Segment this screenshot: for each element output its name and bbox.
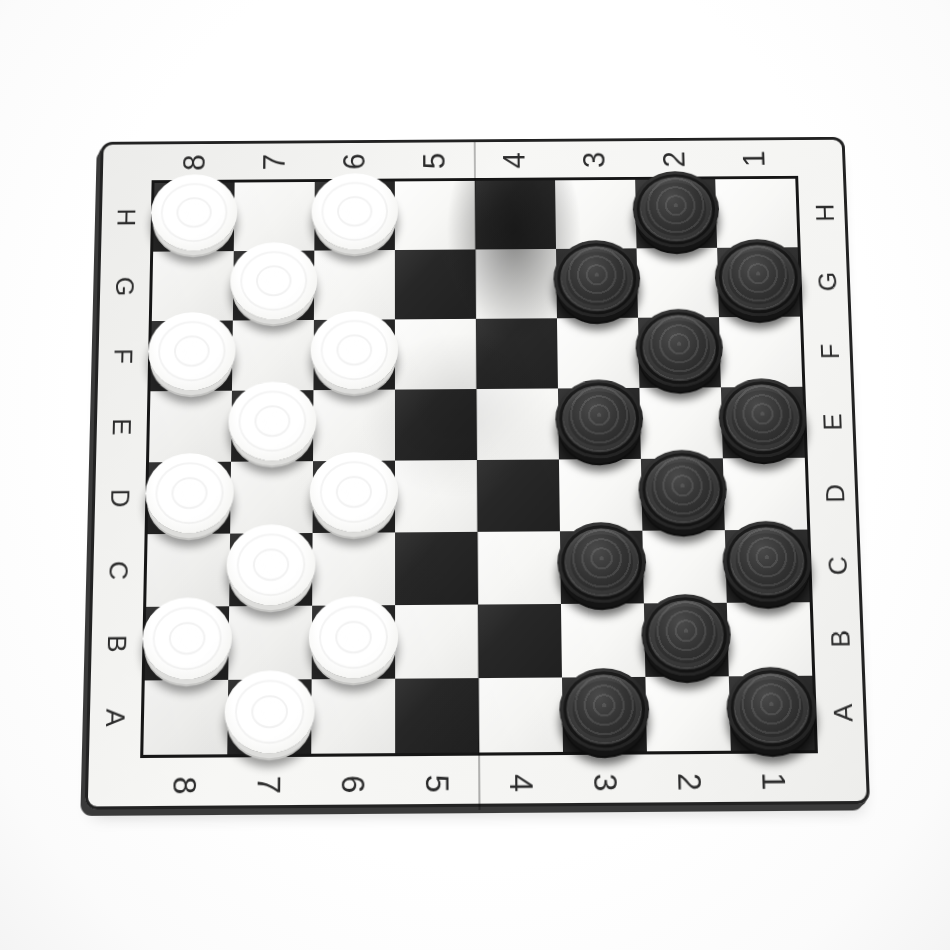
- square-b8: [145, 606, 229, 680]
- white-checker-f6: [310, 311, 397, 390]
- label-right-e: E: [819, 413, 846, 430]
- black-checker-a1: [726, 667, 818, 750]
- black-checker-a3: [559, 668, 650, 751]
- label-right-d: D: [822, 484, 849, 503]
- label-left-a: A: [102, 709, 129, 727]
- square-c2: [642, 530, 726, 603]
- label-right-b: B: [827, 630, 854, 648]
- label-right-c: C: [824, 556, 851, 575]
- square-h3: [555, 180, 637, 249]
- label-left-d: D: [107, 489, 133, 508]
- label-top-8: 8: [180, 154, 211, 170]
- square-h1: [715, 179, 797, 248]
- square-d8: [148, 462, 231, 534]
- white-checker-b6: [309, 596, 399, 678]
- square-b5: [395, 605, 478, 679]
- square-a7: [227, 679, 311, 754]
- square-h4: [475, 180, 556, 249]
- square-a3: [562, 677, 647, 752]
- square-e3: [558, 388, 641, 460]
- label-right-g: G: [814, 272, 840, 292]
- label-bottom-1: 1: [758, 772, 790, 790]
- square-g3: [556, 248, 638, 318]
- black-checker-e3: [555, 379, 644, 458]
- square-g6: [314, 250, 395, 320]
- square-e1: [721, 387, 805, 459]
- square-h7: [234, 182, 315, 251]
- product-photo-background: 87654321 HGFEDCBA HGFEDCBA 87654321: [0, 0, 950, 950]
- square-a1: [729, 676, 815, 751]
- black-checker-c3: [557, 522, 647, 603]
- square-d5: [395, 460, 477, 532]
- square-g7: [233, 251, 314, 321]
- square-c4: [477, 531, 560, 604]
- board-surface: 87654321 HGFEDCBA HGFEDCBA 87654321: [85, 137, 870, 810]
- white-checker-g7: [230, 242, 317, 320]
- label-top-7: 7: [260, 153, 290, 169]
- square-f4: [476, 318, 558, 389]
- square-b2: [644, 603, 729, 677]
- white-checker-f8: [147, 312, 235, 391]
- playing-grid: [140, 176, 818, 758]
- square-f3: [557, 318, 639, 389]
- checkers-board: 87654321 HGFEDCBA HGFEDCBA 87654321: [85, 137, 870, 810]
- square-h8: [153, 183, 234, 252]
- white-checker-b8: [142, 597, 233, 679]
- white-checker-d8: [145, 453, 235, 533]
- square-a2: [645, 676, 730, 751]
- square-b7: [228, 606, 312, 680]
- square-d7: [230, 461, 313, 533]
- square-h6: [314, 181, 395, 250]
- label-bottom-6: 6: [337, 775, 369, 793]
- white-checker-c7: [226, 524, 316, 605]
- square-g4: [475, 249, 557, 319]
- label-top-1: 1: [739, 150, 770, 166]
- label-top-6: 6: [340, 153, 370, 169]
- black-checker-h2: [632, 171, 720, 248]
- square-g1: [717, 247, 800, 317]
- square-c6: [312, 532, 395, 605]
- square-d6: [313, 461, 395, 533]
- label-left-f: F: [110, 348, 136, 364]
- square-f6: [313, 319, 395, 390]
- black-checker-b2: [641, 594, 732, 676]
- square-b3: [561, 603, 645, 677]
- label-bottom-2: 2: [674, 772, 706, 790]
- square-e6: [313, 390, 395, 462]
- square-e5: [395, 389, 477, 461]
- label-right-f: F: [817, 344, 843, 360]
- square-h5: [395, 181, 476, 250]
- label-left-e: E: [109, 418, 135, 435]
- label-top-5: 5: [420, 152, 450, 168]
- square-c7: [229, 533, 312, 606]
- square-h2: [635, 179, 717, 248]
- label-right-a: A: [829, 704, 856, 722]
- square-d4: [477, 459, 560, 531]
- square-c3: [560, 531, 644, 604]
- square-c5: [395, 532, 478, 605]
- white-checker-d6: [310, 452, 398, 532]
- square-e7: [231, 390, 313, 462]
- label-bottom-3: 3: [589, 773, 621, 791]
- label-bottom-7: 7: [253, 775, 285, 793]
- square-e8: [149, 391, 232, 463]
- square-f7: [232, 320, 314, 391]
- label-right-h: H: [812, 204, 838, 222]
- label-bottom-4: 4: [505, 773, 537, 791]
- square-e4: [476, 388, 558, 460]
- square-d2: [641, 458, 725, 530]
- square-a6: [311, 679, 395, 754]
- coordinate-labels-bottom: 87654321: [142, 753, 817, 812]
- label-bottom-5: 5: [421, 774, 453, 792]
- square-d3: [559, 459, 642, 531]
- label-top-4: 4: [500, 152, 530, 168]
- black-checker-e1: [718, 378, 808, 457]
- square-f2: [638, 317, 721, 388]
- square-g2: [637, 248, 719, 318]
- label-top-2: 2: [659, 151, 690, 167]
- square-d1: [723, 458, 807, 530]
- black-checker-g1: [714, 239, 803, 317]
- square-g5: [395, 249, 476, 319]
- black-checker-f2: [635, 309, 724, 387]
- square-f1: [719, 317, 802, 388]
- square-b4: [478, 604, 562, 678]
- label-left-b: B: [104, 635, 131, 653]
- label-left-g: G: [112, 277, 138, 297]
- square-f5: [395, 319, 477, 390]
- white-checker-h8: [150, 174, 237, 251]
- label-bottom-8: 8: [169, 776, 201, 794]
- black-checker-d2: [638, 450, 728, 530]
- square-c8: [146, 534, 230, 607]
- square-g8: [152, 251, 234, 321]
- white-checker-a7: [224, 670, 315, 753]
- square-c1: [725, 530, 810, 603]
- label-left-h: H: [113, 208, 139, 226]
- square-b6: [312, 605, 395, 679]
- square-a8: [143, 680, 228, 755]
- label-left-c: C: [105, 561, 132, 580]
- black-checker-c1: [722, 521, 813, 602]
- label-top-3: 3: [579, 151, 610, 167]
- square-b1: [727, 602, 812, 676]
- square-f8: [150, 321, 232, 392]
- square-a4: [479, 677, 563, 752]
- black-checker-g3: [553, 240, 641, 318]
- white-checker-h6: [311, 173, 397, 250]
- white-checker-e7: [228, 381, 316, 460]
- coordinate-labels-top: 87654321: [155, 140, 796, 180]
- square-a5: [395, 678, 479, 753]
- square-e2: [639, 387, 722, 459]
